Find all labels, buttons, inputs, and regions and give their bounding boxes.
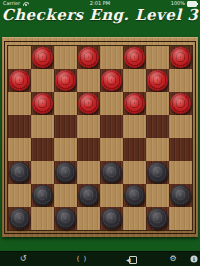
checkers-board (2, 37, 198, 237)
square-b2[interactable] (31, 69, 54, 92)
square-f8[interactable] (123, 207, 146, 230)
page-title: Checkers Eng. Level 3 (0, 6, 200, 24)
square-a1[interactable] (8, 46, 31, 69)
red-piece[interactable] (78, 47, 99, 68)
square-g2[interactable] (146, 69, 169, 92)
square-e6[interactable] (100, 161, 123, 184)
square-c7[interactable] (54, 184, 77, 207)
undo-button[interactable]: ↺ (20, 255, 27, 263)
red-piece[interactable] (32, 47, 53, 68)
info-button[interactable]: i (191, 256, 198, 263)
red-piece[interactable] (9, 70, 30, 91)
undo-icon: ↺ (20, 254, 27, 263)
settings-button[interactable]: ⚙ (169, 255, 176, 263)
square-g6[interactable] (146, 161, 169, 184)
square-e2[interactable] (100, 69, 123, 92)
black-piece[interactable] (9, 162, 30, 183)
settings-gear-icon: ⚙ (169, 254, 176, 263)
square-b8[interactable] (31, 207, 54, 230)
square-a3[interactable] (8, 92, 31, 115)
red-piece[interactable] (101, 70, 122, 91)
square-c4[interactable] (54, 115, 77, 138)
black-piece[interactable] (32, 185, 53, 206)
square-d4[interactable] (77, 115, 100, 138)
square-h5[interactable] (169, 138, 192, 161)
square-a7[interactable] (8, 184, 31, 207)
square-c2[interactable] (54, 69, 77, 92)
square-f3[interactable] (123, 92, 146, 115)
square-g8[interactable] (146, 207, 169, 230)
square-d5[interactable] (77, 138, 100, 161)
red-piece[interactable] (147, 70, 168, 91)
square-e3[interactable] (100, 92, 123, 115)
square-h2[interactable] (169, 69, 192, 92)
square-b1[interactable] (31, 46, 54, 69)
square-e5[interactable] (100, 138, 123, 161)
square-h6[interactable] (169, 161, 192, 184)
wifi-icon (22, 2, 29, 6)
square-c5[interactable] (54, 138, 77, 161)
square-e4[interactable] (100, 115, 123, 138)
square-e8[interactable] (100, 207, 123, 230)
square-f4[interactable] (123, 115, 146, 138)
square-f2[interactable] (123, 69, 146, 92)
square-e1[interactable] (100, 46, 123, 69)
black-piece[interactable] (147, 208, 168, 229)
square-f5[interactable] (123, 138, 146, 161)
bottom-toolbar: ↺ ( ) ◀ ⚙ i (0, 251, 200, 266)
square-f7[interactable] (123, 184, 146, 207)
square-h3[interactable] (169, 92, 192, 115)
square-e7[interactable] (100, 184, 123, 207)
square-c8[interactable] (54, 207, 77, 230)
square-d2[interactable] (77, 69, 100, 92)
black-piece[interactable] (170, 185, 191, 206)
square-f1[interactable] (123, 46, 146, 69)
exit-door-icon (129, 256, 137, 264)
square-g7[interactable] (146, 184, 169, 207)
app-screen: Carrier 2:01 PM 100% Checkers Eng. Level… (0, 0, 200, 266)
red-piece[interactable] (170, 47, 191, 68)
square-b3[interactable] (31, 92, 54, 115)
black-piece[interactable] (101, 162, 122, 183)
red-piece[interactable] (32, 93, 53, 114)
square-b6[interactable] (31, 161, 54, 184)
red-piece[interactable] (170, 93, 191, 114)
black-piece[interactable] (147, 162, 168, 183)
info-icon: i (193, 256, 195, 262)
square-b7[interactable] (31, 184, 54, 207)
black-piece[interactable] (9, 208, 30, 229)
square-g3[interactable] (146, 92, 169, 115)
square-h7[interactable] (169, 184, 192, 207)
square-a4[interactable] (8, 115, 31, 138)
square-d6[interactable] (77, 161, 100, 184)
red-piece[interactable] (55, 70, 76, 91)
square-c6[interactable] (54, 161, 77, 184)
exit-game-button[interactable]: ◀ (127, 255, 137, 263)
square-d8[interactable] (77, 207, 100, 230)
board-grid (8, 46, 192, 230)
square-g4[interactable] (146, 115, 169, 138)
red-piece[interactable] (124, 47, 145, 68)
square-a2[interactable] (8, 69, 31, 92)
square-a5[interactable] (8, 138, 31, 161)
black-piece[interactable] (55, 162, 76, 183)
square-b5[interactable] (31, 138, 54, 161)
square-h4[interactable] (169, 115, 192, 138)
square-g1[interactable] (146, 46, 169, 69)
square-a8[interactable] (8, 207, 31, 230)
square-d3[interactable] (77, 92, 100, 115)
square-d7[interactable] (77, 184, 100, 207)
red-piece[interactable] (124, 93, 145, 114)
flip-board-button[interactable]: ( ) (77, 256, 88, 263)
square-d1[interactable] (77, 46, 100, 69)
square-b4[interactable] (31, 115, 54, 138)
square-h1[interactable] (169, 46, 192, 69)
square-h8[interactable] (169, 207, 192, 230)
square-g5[interactable] (146, 138, 169, 161)
square-c3[interactable] (54, 92, 77, 115)
square-f6[interactable] (123, 161, 146, 184)
black-piece[interactable] (101, 208, 122, 229)
black-piece[interactable] (124, 185, 145, 206)
black-piece[interactable] (55, 208, 76, 229)
black-piece[interactable] (78, 185, 99, 206)
square-c1[interactable] (54, 46, 77, 69)
red-piece[interactable] (78, 93, 99, 114)
flip-board-icon: ( ) (77, 255, 88, 263)
square-a6[interactable] (8, 161, 31, 184)
